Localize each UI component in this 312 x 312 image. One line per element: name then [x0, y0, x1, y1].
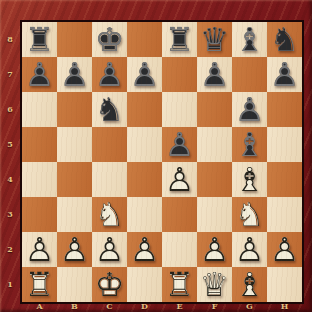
piece-glyph-outline: ♘: [92, 92, 127, 127]
black-pawn[interactable]: ♟♙: [92, 57, 127, 92]
white-bishop[interactable]: ♝♗: [232, 162, 267, 197]
square-d5[interactable]: [127, 127, 162, 162]
square-d2[interactable]: ♟♙: [127, 232, 162, 267]
black-rook[interactable]: ♜♖: [162, 22, 197, 57]
square-c1[interactable]: ♚♔: [92, 267, 127, 302]
square-c7[interactable]: ♟♙: [92, 57, 127, 92]
piece-glyph-outline: ♙: [22, 232, 57, 267]
piece-glyph-outline: ♙: [57, 57, 92, 92]
white-pawn[interactable]: ♟♙: [22, 232, 57, 267]
square-e3[interactable]: [162, 197, 197, 232]
file-label-h: H: [267, 301, 302, 312]
square-h7[interactable]: ♟♙: [267, 57, 302, 92]
white-rook[interactable]: ♜♖: [162, 267, 197, 302]
piece-glyph-outline: ♙: [22, 57, 57, 92]
square-c4[interactable]: [92, 162, 127, 197]
rank-label-3: 3: [0, 197, 20, 232]
black-knight[interactable]: ♞♘: [267, 22, 302, 57]
square-a2[interactable]: ♟♙: [22, 232, 57, 267]
square-h2[interactable]: ♟♙: [267, 232, 302, 267]
black-pawn[interactable]: ♟♙: [22, 57, 57, 92]
piece-glyph-outline: ♖: [162, 267, 197, 302]
square-c6[interactable]: ♞♘: [92, 92, 127, 127]
white-pawn[interactable]: ♟♙: [92, 232, 127, 267]
piece-glyph-outline: ♗: [232, 22, 267, 57]
square-b2[interactable]: ♟♙: [57, 232, 92, 267]
square-c5[interactable]: [92, 127, 127, 162]
white-pawn[interactable]: ♟♙: [267, 232, 302, 267]
file-label-d: D: [127, 301, 162, 312]
piece-glyph-outline: ♙: [197, 232, 232, 267]
square-f6[interactable]: [197, 92, 232, 127]
piece-glyph-outline: ♗: [232, 267, 267, 302]
white-king[interactable]: ♚♔: [92, 267, 127, 302]
square-b3[interactable]: [57, 197, 92, 232]
square-b6[interactable]: [57, 92, 92, 127]
white-pawn[interactable]: ♟♙: [232, 232, 267, 267]
chess-board: ♜♖♚♔♜♖♛♕♝♗♞♘♟♙♟♙♟♙♟♙♟♙♟♙♞♘♟♙♟♙♝♗♟♙♝♗♞♘♞♘…: [22, 22, 302, 302]
piece-glyph-outline: ♔: [92, 267, 127, 302]
black-pawn[interactable]: ♟♙: [57, 57, 92, 92]
piece-glyph-outline: ♖: [22, 267, 57, 302]
rank-label-4: 4: [0, 162, 20, 197]
black-pawn[interactable]: ♟♙: [232, 92, 267, 127]
piece-glyph-outline: ♙: [162, 162, 197, 197]
piece-glyph-outline: ♙: [267, 57, 302, 92]
rank-label-6: 6: [0, 92, 20, 127]
square-e6[interactable]: [162, 92, 197, 127]
square-e5[interactable]: ♟♙: [162, 127, 197, 162]
white-knight[interactable]: ♞♘: [92, 197, 127, 232]
square-e7[interactable]: [162, 57, 197, 92]
square-f8[interactable]: ♛♕: [197, 22, 232, 57]
black-pawn[interactable]: ♟♙: [127, 57, 162, 92]
black-pawn[interactable]: ♟♙: [267, 57, 302, 92]
black-king[interactable]: ♚♔: [92, 22, 127, 57]
square-g2[interactable]: ♟♙: [232, 232, 267, 267]
square-b1[interactable]: [57, 267, 92, 302]
black-rook[interactable]: ♜♖: [22, 22, 57, 57]
black-bishop[interactable]: ♝♗: [232, 127, 267, 162]
piece-glyph-outline: ♘: [232, 197, 267, 232]
square-d7[interactable]: ♟♙: [127, 57, 162, 92]
square-f7[interactable]: ♟♙: [197, 57, 232, 92]
white-bishop[interactable]: ♝♗: [232, 267, 267, 302]
piece-glyph-outline: ♙: [92, 57, 127, 92]
piece-glyph-outline: ♔: [92, 22, 127, 57]
square-f4[interactable]: [197, 162, 232, 197]
piece-glyph-outline: ♙: [127, 57, 162, 92]
square-h1[interactable]: [267, 267, 302, 302]
square-b8[interactable]: [57, 22, 92, 57]
piece-glyph-outline: ♗: [232, 127, 267, 162]
square-e2[interactable]: [162, 232, 197, 267]
square-a8[interactable]: ♜♖: [22, 22, 57, 57]
square-h3[interactable]: [267, 197, 302, 232]
square-f1[interactable]: ♛♕: [197, 267, 232, 302]
square-g3[interactable]: ♞♘: [232, 197, 267, 232]
rank-label-5: 5: [0, 127, 20, 162]
piece-glyph-outline: ♙: [267, 232, 302, 267]
rank-label-1: 1: [0, 267, 20, 302]
square-e1[interactable]: ♜♖: [162, 267, 197, 302]
black-pawn[interactable]: ♟♙: [197, 57, 232, 92]
piece-glyph-outline: ♙: [127, 232, 162, 267]
square-d6[interactable]: [127, 92, 162, 127]
square-d4[interactable]: [127, 162, 162, 197]
square-h4[interactable]: [267, 162, 302, 197]
rank-label-2: 2: [0, 232, 20, 267]
square-g5[interactable]: ♝♗: [232, 127, 267, 162]
square-f5[interactable]: [197, 127, 232, 162]
piece-glyph-outline: ♖: [162, 22, 197, 57]
black-queen[interactable]: ♛♕: [197, 22, 232, 57]
square-a1[interactable]: ♜♖: [22, 267, 57, 302]
square-g8[interactable]: ♝♗: [232, 22, 267, 57]
piece-glyph-outline: ♙: [197, 57, 232, 92]
white-pawn[interactable]: ♟♙: [197, 232, 232, 267]
square-e8[interactable]: ♜♖: [162, 22, 197, 57]
square-g7[interactable]: [232, 57, 267, 92]
square-g1[interactable]: ♝♗: [232, 267, 267, 302]
black-knight[interactable]: ♞♘: [92, 92, 127, 127]
square-b5[interactable]: [57, 127, 92, 162]
square-c2[interactable]: ♟♙: [92, 232, 127, 267]
square-a6[interactable]: [22, 92, 57, 127]
square-b4[interactable]: [57, 162, 92, 197]
square-f2[interactable]: ♟♙: [197, 232, 232, 267]
chess-board-frame: 87654321 ABCDEFGH ♜♖♚♔♜♖♛♕♝♗♞♘♟♙♟♙♟♙♟♙♟♙…: [0, 0, 312, 312]
piece-glyph-outline: ♕: [197, 267, 232, 302]
rank-label-7: 7: [0, 57, 20, 92]
piece-glyph-outline: ♙: [232, 232, 267, 267]
piece-glyph-outline: ♙: [162, 127, 197, 162]
piece-glyph-outline: ♙: [57, 232, 92, 267]
square-f3[interactable]: [197, 197, 232, 232]
white-pawn[interactable]: ♟♙: [57, 232, 92, 267]
rank-labels: 87654321: [0, 22, 22, 302]
piece-glyph-outline: ♖: [22, 22, 57, 57]
square-h6[interactable]: [267, 92, 302, 127]
piece-glyph-outline: ♕: [197, 22, 232, 57]
square-a7[interactable]: ♟♙: [22, 57, 57, 92]
piece-glyph-outline: ♘: [92, 197, 127, 232]
square-e4[interactable]: ♟♙: [162, 162, 197, 197]
black-pawn[interactable]: ♟♙: [162, 127, 197, 162]
square-a5[interactable]: [22, 127, 57, 162]
file-label-b: B: [57, 301, 92, 312]
rank-label-8: 8: [0, 22, 20, 57]
square-h5[interactable]: [267, 127, 302, 162]
white-queen[interactable]: ♛♕: [197, 267, 232, 302]
square-d1[interactable]: [127, 267, 162, 302]
white-knight[interactable]: ♞♘: [232, 197, 267, 232]
square-a4[interactable]: [22, 162, 57, 197]
square-c8[interactable]: ♚♔: [92, 22, 127, 57]
square-d3[interactable]: [127, 197, 162, 232]
white-pawn[interactable]: ♟♙: [127, 232, 162, 267]
square-d8[interactable]: [127, 22, 162, 57]
square-a3[interactable]: [22, 197, 57, 232]
piece-glyph-outline: ♙: [232, 92, 267, 127]
square-g4[interactable]: ♝♗: [232, 162, 267, 197]
square-h8[interactable]: ♞♘: [267, 22, 302, 57]
square-c3[interactable]: ♞♘: [92, 197, 127, 232]
square-b7[interactable]: ♟♙: [57, 57, 92, 92]
white-pawn[interactable]: ♟♙: [162, 162, 197, 197]
black-bishop[interactable]: ♝♗: [232, 22, 267, 57]
white-rook[interactable]: ♜♖: [22, 267, 57, 302]
piece-glyph-outline: ♘: [267, 22, 302, 57]
square-g6[interactable]: ♟♙: [232, 92, 267, 127]
piece-glyph-outline: ♙: [92, 232, 127, 267]
piece-glyph-outline: ♗: [232, 162, 267, 197]
